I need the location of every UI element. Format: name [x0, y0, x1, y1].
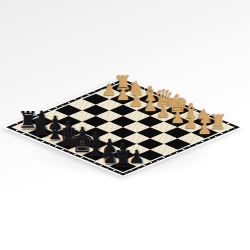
white-pawn-b2[interactable]: ♟ [116, 88, 131, 104]
black-rook-h8[interactable]: ♜ [112, 149, 133, 173]
white-pawn-c2[interactable]: ♟ [129, 93, 144, 109]
white-pawn-g2[interactable]: ♟ [184, 116, 199, 132]
white-pawn-h2[interactable]: ♟ [197, 121, 212, 137]
white-pawn-f2[interactable]: ♟ [170, 110, 185, 126]
chess-set-photo: ♜♞♝♛♚♝♞♜♟♟♟♟♟♟♟♟♟♟♟♟♟♟♟♟♜♞♝♛♚♝♞♜ [0, 0, 250, 250]
white-pawn-d2[interactable]: ♟ [143, 99, 158, 115]
white-pawn-e2[interactable]: ♟ [157, 104, 172, 120]
white-pawn-a2[interactable]: ♟ [102, 82, 117, 98]
